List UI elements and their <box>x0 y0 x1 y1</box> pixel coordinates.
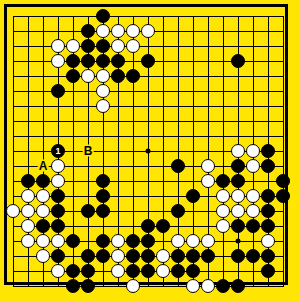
white-stone[interactable] <box>96 99 110 113</box>
black-stone[interactable] <box>51 189 65 203</box>
black-stone[interactable] <box>36 174 50 188</box>
white-stone[interactable] <box>261 234 275 248</box>
black-stone[interactable] <box>261 204 275 218</box>
black-stone[interactable] <box>111 69 125 83</box>
black-stone[interactable] <box>66 264 80 278</box>
black-stone[interactable] <box>96 234 110 248</box>
black-stone[interactable] <box>141 264 155 278</box>
white-stone[interactable] <box>216 189 230 203</box>
white-stone[interactable] <box>36 234 50 248</box>
white-stone[interactable] <box>96 84 110 98</box>
white-stone[interactable] <box>186 279 200 293</box>
black-stone[interactable] <box>141 234 155 248</box>
black-stone[interactable] <box>186 249 200 263</box>
black-stone[interactable] <box>81 249 95 263</box>
black-stone[interactable] <box>261 189 275 203</box>
white-stone[interactable] <box>141 24 155 38</box>
black-stone[interactable] <box>96 9 110 23</box>
black-stone[interactable] <box>96 189 110 203</box>
black-stone[interactable] <box>261 219 275 233</box>
white-stone[interactable] <box>36 204 50 218</box>
white-stone[interactable] <box>111 264 125 278</box>
white-stone[interactable] <box>246 144 260 158</box>
black-stone[interactable] <box>51 84 65 98</box>
black-stone[interactable] <box>141 219 155 233</box>
black-stone[interactable] <box>21 174 35 188</box>
black-stone[interactable] <box>96 174 110 188</box>
white-stone[interactable] <box>186 234 200 248</box>
white-stone[interactable] <box>51 264 65 278</box>
white-stone[interactable] <box>66 39 80 53</box>
black-stone[interactable] <box>171 249 185 263</box>
black-stone[interactable] <box>216 279 230 293</box>
white-stone[interactable] <box>156 249 170 263</box>
black-stone[interactable] <box>51 249 65 263</box>
star-point <box>146 149 151 154</box>
black-stone[interactable] <box>246 249 260 263</box>
white-stone[interactable] <box>231 189 245 203</box>
black-stone[interactable] <box>66 234 80 248</box>
white-stone[interactable] <box>111 24 125 38</box>
black-stone[interactable] <box>96 54 110 68</box>
white-stone[interactable] <box>246 159 260 173</box>
white-stone[interactable] <box>201 174 215 188</box>
black-stone[interactable] <box>51 219 65 233</box>
black-stone[interactable] <box>81 264 95 278</box>
black-stone[interactable] <box>246 219 260 233</box>
black-stone[interactable] <box>96 39 110 53</box>
black-stone[interactable] <box>126 264 140 278</box>
white-stone[interactable] <box>171 234 185 248</box>
black-stone[interactable] <box>261 159 275 173</box>
black-stone[interactable] <box>186 189 200 203</box>
white-stone[interactable] <box>216 204 230 218</box>
white-stone[interactable] <box>126 39 140 53</box>
move-number-label: 1 <box>55 147 60 156</box>
black-stone[interactable] <box>261 249 275 263</box>
black-stone[interactable] <box>81 24 95 38</box>
white-stone[interactable] <box>81 69 95 83</box>
white-stone[interactable] <box>111 249 125 263</box>
white-stone[interactable] <box>36 249 50 263</box>
black-stone[interactable] <box>81 54 95 68</box>
white-stone[interactable] <box>51 174 65 188</box>
black-stone[interactable] <box>276 189 290 203</box>
black-stone[interactable] <box>156 219 170 233</box>
white-stone[interactable] <box>51 159 65 173</box>
white-stone[interactable] <box>21 234 35 248</box>
black-stone[interactable] <box>231 219 245 233</box>
black-stone[interactable] <box>171 264 185 278</box>
white-stone[interactable] <box>111 39 125 53</box>
white-stone[interactable] <box>6 204 20 218</box>
white-stone[interactable] <box>231 144 245 158</box>
black-stone[interactable] <box>66 69 80 83</box>
black-stone[interactable] <box>231 279 245 293</box>
black-stone[interactable] <box>231 174 245 188</box>
black-stone[interactable] <box>111 54 125 68</box>
black-stone[interactable] <box>231 249 245 263</box>
black-stone[interactable] <box>81 39 95 53</box>
black-stone[interactable] <box>231 159 245 173</box>
white-stone[interactable] <box>246 204 260 218</box>
white-stone[interactable] <box>96 69 110 83</box>
black-stone[interactable] <box>216 174 230 188</box>
black-stone[interactable] <box>36 219 50 233</box>
black-stone[interactable] <box>141 249 155 263</box>
black-stone[interactable] <box>81 204 95 218</box>
black-stone[interactable] <box>81 279 95 293</box>
white-stone[interactable] <box>201 159 215 173</box>
white-stone[interactable] <box>201 279 215 293</box>
white-stone[interactable] <box>51 54 65 68</box>
star-point <box>236 239 241 244</box>
grid-line-vertical <box>283 16 284 287</box>
white-stone[interactable] <box>21 219 35 233</box>
white-stone[interactable] <box>51 39 65 53</box>
white-stone[interactable] <box>246 189 260 203</box>
black-stone[interactable] <box>51 204 65 218</box>
black-stone[interactable] <box>171 204 185 218</box>
black-stone[interactable] <box>126 69 140 83</box>
black-stone[interactable] <box>66 279 80 293</box>
black-stone[interactable] <box>171 159 185 173</box>
white-stone[interactable] <box>51 234 65 248</box>
white-stone[interactable] <box>201 234 215 248</box>
white-stone[interactable] <box>21 189 35 203</box>
black-stone[interactable] <box>126 234 140 248</box>
white-stone[interactable] <box>96 24 110 38</box>
white-stone[interactable] <box>231 204 245 218</box>
white-stone[interactable] <box>126 279 140 293</box>
black-stone[interactable] <box>231 54 245 68</box>
white-stone[interactable] <box>111 234 125 248</box>
white-stone[interactable] <box>36 189 50 203</box>
black-stone[interactable] <box>186 264 200 278</box>
black-stone[interactable] <box>96 204 110 218</box>
white-stone[interactable] <box>156 264 170 278</box>
white-stone[interactable] <box>216 219 230 233</box>
black-stone[interactable] <box>126 249 140 263</box>
go-board[interactable]: 1AB <box>4 4 288 285</box>
white-stone[interactable] <box>21 204 35 218</box>
black-stone[interactable] <box>96 249 110 263</box>
point-label-a[interactable]: A <box>38 160 49 172</box>
black-stone[interactable] <box>201 249 215 263</box>
go-board-background: 1AB <box>0 0 300 302</box>
go-diagram-page: { "game": "go", "board": { "size": 19, "… <box>0 0 300 302</box>
marked-move-stone[interactable]: 1 <box>51 144 65 158</box>
black-stone[interactable] <box>66 54 80 68</box>
black-stone[interactable] <box>261 144 275 158</box>
black-stone[interactable] <box>276 174 290 188</box>
white-stone[interactable] <box>126 24 140 38</box>
point-label-b[interactable]: B <box>83 145 94 157</box>
black-stone[interactable] <box>141 54 155 68</box>
black-stone[interactable] <box>261 264 275 278</box>
grid-line-vertical <box>163 16 164 287</box>
grid-line-vertical <box>223 16 224 287</box>
